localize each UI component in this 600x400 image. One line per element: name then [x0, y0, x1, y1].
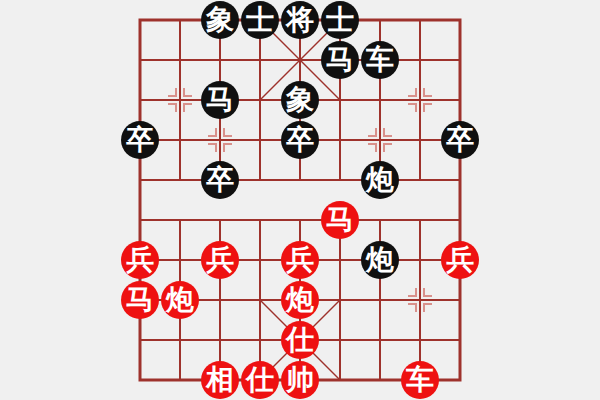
piece-glyph: 象: [286, 86, 314, 114]
piece-black-advisor[interactable]: 士: [241, 1, 279, 39]
piece-black-cannon[interactable]: 炮: [361, 241, 399, 279]
piece-red-horse[interactable]: 马: [321, 201, 359, 239]
piece-glyph: 帅: [286, 366, 314, 394]
piece-black-pawn[interactable]: 卒: [281, 121, 319, 159]
piece-black-general[interactable]: 将: [281, 1, 319, 39]
xiangqi-board[interactable]: 象士将士马车马象卒卒卒卒炮马兵兵兵炮兵马炮炮仕相仕帅车: [120, 0, 480, 400]
piece-glyph: 车: [406, 366, 434, 394]
piece-red-pawn[interactable]: 兵: [281, 241, 319, 279]
piece-glyph: 兵: [446, 246, 474, 274]
piece-red-cannon[interactable]: 炮: [161, 281, 199, 319]
piece-glyph: 马: [326, 46, 354, 74]
piece-black-pawn[interactable]: 卒: [201, 161, 239, 199]
piece-red-pawn[interactable]: 兵: [121, 241, 159, 279]
piece-red-elephant[interactable]: 相: [201, 361, 239, 399]
piece-glyph: 马: [206, 86, 234, 114]
piece-glyph: 卒: [126, 126, 154, 154]
piece-glyph: 卒: [206, 166, 234, 194]
piece-red-advisor[interactable]: 仕: [241, 361, 279, 399]
piece-glyph: 卒: [286, 126, 314, 154]
piece-black-pawn[interactable]: 卒: [121, 121, 159, 159]
piece-black-elephant[interactable]: 象: [201, 1, 239, 39]
piece-glyph: 炮: [366, 166, 394, 194]
piece-glyph: 卒: [446, 126, 474, 154]
pieces-layer: 象士将士马车马象卒卒卒卒炮马兵兵兵炮兵马炮炮仕相仕帅车: [120, 0, 480, 400]
piece-glyph: 兵: [206, 246, 234, 274]
piece-glyph: 马: [326, 206, 354, 234]
piece-glyph: 炮: [166, 286, 194, 314]
piece-black-advisor[interactable]: 士: [321, 1, 359, 39]
piece-red-pawn[interactable]: 兵: [441, 241, 479, 279]
piece-glyph: 兵: [126, 246, 154, 274]
piece-black-cannon[interactable]: 炮: [361, 161, 399, 199]
xiangqi-screen: 象士将士马车马象卒卒卒卒炮马兵兵兵炮兵马炮炮仕相仕帅车: [0, 0, 600, 400]
piece-glyph: 士: [326, 6, 354, 34]
piece-glyph: 炮: [366, 246, 394, 274]
piece-black-horse[interactable]: 马: [321, 41, 359, 79]
piece-red-horse[interactable]: 马: [121, 281, 159, 319]
piece-red-advisor[interactable]: 仕: [281, 321, 319, 359]
piece-glyph: 仕: [246, 366, 274, 394]
piece-glyph: 相: [206, 366, 234, 394]
piece-glyph: 马: [126, 286, 154, 314]
piece-glyph: 车: [366, 46, 394, 74]
piece-glyph: 将: [286, 6, 314, 34]
piece-black-elephant[interactable]: 象: [281, 81, 319, 119]
piece-glyph: 仕: [286, 326, 314, 354]
piece-black-horse[interactable]: 马: [201, 81, 239, 119]
piece-black-chariot[interactable]: 车: [361, 41, 399, 79]
piece-glyph: 士: [246, 6, 274, 34]
piece-glyph: 炮: [286, 286, 314, 314]
piece-red-cannon[interactable]: 炮: [281, 281, 319, 319]
piece-red-chariot[interactable]: 车: [401, 361, 439, 399]
piece-red-general[interactable]: 帅: [281, 361, 319, 399]
piece-glyph: 象: [206, 6, 234, 34]
piece-red-pawn[interactable]: 兵: [201, 241, 239, 279]
piece-glyph: 兵: [286, 246, 314, 274]
piece-black-pawn[interactable]: 卒: [441, 121, 479, 159]
